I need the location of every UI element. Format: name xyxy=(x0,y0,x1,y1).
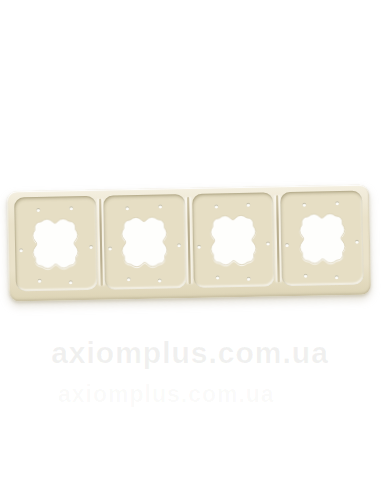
gang-divider xyxy=(187,197,191,284)
fixing-hole xyxy=(69,207,73,211)
frame-gang-2 xyxy=(103,194,187,290)
fixing-hole xyxy=(247,203,251,207)
fixing-hole xyxy=(215,275,219,279)
fixing-hole xyxy=(214,205,218,209)
fixing-hole xyxy=(197,245,201,249)
frame-face xyxy=(7,185,371,302)
watermark-ghost: axiomplus.com.ua xyxy=(58,381,275,408)
frame-modules xyxy=(14,191,364,292)
fixing-hole xyxy=(69,280,73,284)
fixing-hole xyxy=(266,241,270,245)
fixing-hole xyxy=(158,278,162,282)
frame-gang-3 xyxy=(192,192,276,288)
fixing-hole xyxy=(158,205,162,209)
fixing-hole xyxy=(108,246,112,250)
gang-opening-icon xyxy=(117,211,173,272)
fixing-hole xyxy=(38,279,42,283)
fixing-hole xyxy=(19,248,23,252)
product-photo: axiomplus.com.ua axiomplus.com.ua xyxy=(0,0,381,492)
fixing-hole xyxy=(285,243,289,247)
frame-gang-1 xyxy=(14,196,98,292)
watermark: axiomplus.com.ua xyxy=(42,336,338,370)
fixing-hole xyxy=(304,273,308,277)
fixing-hole xyxy=(125,206,129,210)
fixing-hole xyxy=(246,276,250,280)
fixing-hole xyxy=(303,203,307,207)
fixing-hole xyxy=(126,277,130,281)
gang-opening-icon xyxy=(28,213,84,274)
gang-opening-icon xyxy=(294,208,350,269)
fixing-hole xyxy=(89,245,93,249)
frame-gang-4 xyxy=(280,191,364,287)
fixing-hole xyxy=(36,208,40,212)
gang-divider xyxy=(99,199,103,286)
fixing-hole xyxy=(335,275,339,279)
fixing-hole xyxy=(355,240,359,244)
gang-opening-icon xyxy=(205,210,261,271)
socket-frame xyxy=(7,185,371,302)
fixing-hole xyxy=(177,243,181,247)
fixing-hole xyxy=(335,201,339,205)
gang-divider xyxy=(276,195,280,282)
